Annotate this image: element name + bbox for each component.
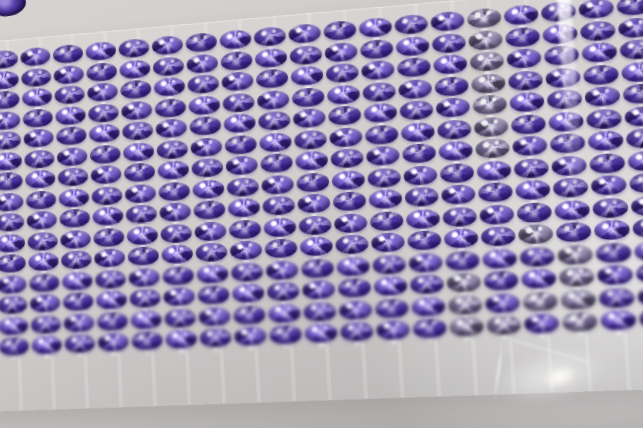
gem xyxy=(300,258,334,279)
grid-cell xyxy=(153,117,188,140)
grid-cell xyxy=(483,291,522,315)
gem xyxy=(298,215,331,236)
gem xyxy=(509,91,545,113)
grid-cell xyxy=(155,159,190,182)
grid-cell xyxy=(619,59,643,84)
grid-cell xyxy=(596,286,636,310)
gem xyxy=(324,41,357,62)
gem xyxy=(58,188,89,208)
gem xyxy=(364,124,398,145)
gem xyxy=(52,44,83,65)
grid-cell xyxy=(88,143,122,166)
gem xyxy=(191,158,223,179)
grid-cell xyxy=(53,104,87,127)
grid-cell xyxy=(89,163,123,186)
grid-cell xyxy=(471,115,509,139)
gem xyxy=(0,295,27,315)
grid-cell xyxy=(184,52,219,76)
grid-cell xyxy=(196,305,232,328)
grid-cell xyxy=(257,130,293,154)
gem xyxy=(619,38,643,60)
grid-cell xyxy=(124,203,159,226)
grid-cell xyxy=(402,185,440,209)
grid-cell xyxy=(439,183,477,207)
gem xyxy=(267,303,300,324)
grid-cell xyxy=(60,270,94,293)
grid-cell xyxy=(322,40,359,64)
grid-cell xyxy=(0,211,25,234)
grid-cell xyxy=(253,46,289,70)
gem xyxy=(121,100,152,121)
grid-cell xyxy=(190,178,225,201)
gem xyxy=(555,221,591,243)
grid-cell xyxy=(327,125,364,149)
grid-cell xyxy=(27,271,61,293)
grid-cell xyxy=(0,191,25,214)
grid-cell xyxy=(122,161,157,184)
grid-cell xyxy=(0,89,21,112)
grid-cell xyxy=(617,37,643,62)
grid-cell xyxy=(94,289,128,312)
gem xyxy=(367,167,401,188)
grid-cell xyxy=(623,126,643,151)
gem xyxy=(438,140,473,162)
gem xyxy=(483,270,519,291)
grid-cell xyxy=(431,52,469,76)
gem xyxy=(627,150,643,172)
gem xyxy=(266,281,299,302)
gem xyxy=(226,176,259,197)
grid-cell xyxy=(329,168,366,192)
grid-cell xyxy=(628,193,643,218)
sheet-perspective-wrap xyxy=(0,10,643,350)
grid-cell xyxy=(480,247,519,271)
gem xyxy=(410,296,445,317)
gem xyxy=(94,248,125,268)
gem xyxy=(0,171,22,191)
grid-cell xyxy=(123,182,158,205)
gem xyxy=(299,236,333,257)
grid-cell xyxy=(298,235,335,259)
grid-cell xyxy=(470,93,508,117)
gem xyxy=(97,332,129,352)
grid-cell xyxy=(21,107,54,130)
gem xyxy=(584,86,620,108)
gem xyxy=(219,29,251,50)
pale-gem xyxy=(561,311,597,332)
grid-cell xyxy=(447,315,486,339)
grid-cell xyxy=(326,104,363,128)
gem xyxy=(581,41,617,63)
grid-cell xyxy=(430,31,468,56)
grid-cell xyxy=(598,308,638,332)
grid-cell xyxy=(0,109,22,132)
pale-gem xyxy=(517,223,553,245)
gem xyxy=(255,68,288,89)
grid-cell xyxy=(590,196,630,221)
grid-cell xyxy=(620,81,643,106)
grid-cell xyxy=(154,138,189,161)
gem xyxy=(444,250,479,271)
gem xyxy=(85,41,116,62)
grid-cell xyxy=(260,194,296,217)
gem xyxy=(368,189,402,210)
grid-cell xyxy=(469,71,507,96)
pale-gem xyxy=(558,266,594,288)
gem xyxy=(512,135,548,157)
gem xyxy=(481,248,517,269)
grid-cell xyxy=(20,86,53,109)
gem xyxy=(151,35,183,56)
grid-cell xyxy=(364,144,401,168)
gem xyxy=(633,239,643,261)
gem xyxy=(94,269,125,289)
grid-cell xyxy=(374,318,412,342)
grid-cell xyxy=(220,91,256,115)
gem xyxy=(129,288,161,308)
gem xyxy=(582,63,618,85)
grid-cell xyxy=(331,190,368,214)
gem xyxy=(0,316,28,336)
gem xyxy=(339,321,373,342)
grid-cell xyxy=(473,137,512,161)
grid-cell xyxy=(290,85,326,109)
gem xyxy=(263,217,296,238)
grid-cell xyxy=(57,207,91,230)
grid-cell xyxy=(0,232,26,254)
gem xyxy=(513,157,549,179)
gem xyxy=(338,299,372,320)
grid-cell xyxy=(356,16,393,40)
gem xyxy=(230,261,263,282)
gem xyxy=(26,210,57,230)
gem xyxy=(221,71,253,92)
gem xyxy=(156,139,188,160)
gem xyxy=(0,254,26,274)
gem xyxy=(337,277,371,298)
gem xyxy=(222,92,255,113)
gem xyxy=(628,172,643,194)
grid-cell xyxy=(152,75,187,98)
grid-cell xyxy=(0,253,27,275)
grid-cell xyxy=(332,211,369,235)
gem xyxy=(30,314,61,334)
pale-gem xyxy=(473,116,508,138)
gem xyxy=(360,59,394,80)
gem xyxy=(29,293,60,313)
grid-cell xyxy=(157,201,192,224)
pale-gem xyxy=(556,244,592,266)
gem xyxy=(585,108,621,130)
gem xyxy=(54,85,85,105)
grid-cell xyxy=(191,199,226,222)
grid-cell xyxy=(232,325,268,348)
grid-cell xyxy=(150,34,185,58)
grid-cell xyxy=(261,216,297,239)
grid-cell xyxy=(359,58,396,82)
gem xyxy=(507,69,542,91)
gem xyxy=(323,20,356,41)
grid-cell xyxy=(444,271,482,295)
gem xyxy=(232,304,265,324)
gem xyxy=(520,268,556,289)
gem xyxy=(369,210,403,231)
gem xyxy=(593,219,630,241)
grid-cell xyxy=(581,62,621,87)
gem xyxy=(187,74,219,95)
gem xyxy=(635,262,643,284)
grid-cell xyxy=(126,266,161,289)
gem xyxy=(224,134,257,155)
gem xyxy=(227,198,260,219)
grid-cell xyxy=(399,120,437,144)
gem xyxy=(409,274,444,295)
grid-cell xyxy=(481,269,520,293)
grid-cell xyxy=(593,240,633,264)
gem xyxy=(127,246,159,266)
grid-cell xyxy=(587,151,627,176)
grid-cell xyxy=(118,78,152,101)
gem xyxy=(123,162,155,182)
gem xyxy=(630,194,643,216)
gem xyxy=(157,160,189,181)
grid-cell xyxy=(393,34,430,58)
grid-cell xyxy=(292,128,328,152)
gem xyxy=(96,311,128,331)
gem xyxy=(0,192,23,212)
grid-cell xyxy=(252,25,288,49)
gem xyxy=(158,181,190,202)
grid-cell xyxy=(405,229,443,253)
gem xyxy=(519,246,555,267)
corner-partial-gem xyxy=(0,0,28,19)
grid-cell xyxy=(228,239,264,262)
gem xyxy=(400,121,434,142)
grid-cell xyxy=(507,90,546,115)
photo-background xyxy=(0,0,643,428)
grid-cell xyxy=(89,184,123,207)
grid-cell xyxy=(218,49,253,73)
gem xyxy=(254,47,287,68)
gem xyxy=(21,87,51,107)
gem xyxy=(225,155,258,176)
pale-gem xyxy=(469,51,504,73)
grid-cell xyxy=(0,315,29,337)
grid-cell xyxy=(26,251,60,274)
gem xyxy=(189,116,221,137)
grid-cell xyxy=(616,15,643,40)
gem xyxy=(363,102,397,123)
gem xyxy=(194,221,226,242)
grid-cell xyxy=(24,189,57,212)
gem xyxy=(620,60,643,82)
grid-cell xyxy=(358,37,395,61)
grid-cell xyxy=(159,243,194,266)
grid-cell xyxy=(584,106,624,131)
gem xyxy=(188,95,220,116)
grid-cell xyxy=(553,220,593,244)
grid-cell xyxy=(582,84,622,109)
grid-cell xyxy=(93,268,127,291)
grid-cell xyxy=(360,80,397,104)
gem xyxy=(22,108,52,128)
gem xyxy=(162,265,194,285)
grid-cell xyxy=(52,63,86,86)
grid-cell xyxy=(223,154,259,177)
gem xyxy=(405,208,440,229)
grid-cell xyxy=(195,284,231,307)
gem xyxy=(55,105,86,125)
grid-cell xyxy=(432,74,470,98)
grid-cell xyxy=(197,326,233,349)
gem xyxy=(154,97,186,118)
grid-cell xyxy=(324,61,361,85)
grid-cell xyxy=(302,322,339,345)
grid-cell xyxy=(630,216,643,241)
grid-cell xyxy=(337,298,374,321)
gem xyxy=(53,64,84,85)
gem xyxy=(430,11,465,33)
grid-cell xyxy=(334,255,371,279)
gem xyxy=(56,146,87,166)
gem xyxy=(375,319,409,340)
gem xyxy=(233,326,266,346)
grid-cell xyxy=(185,73,220,97)
gem xyxy=(61,271,92,291)
gem xyxy=(294,150,327,171)
gem xyxy=(28,252,59,272)
grid-cell xyxy=(0,130,22,153)
grid-cell xyxy=(193,241,228,264)
grid-cell xyxy=(633,261,643,286)
grid-cell xyxy=(520,289,559,313)
grid-cell xyxy=(287,43,323,67)
gem xyxy=(64,334,95,354)
gem xyxy=(92,206,123,226)
grid-cell xyxy=(57,186,91,209)
grid-cell xyxy=(372,296,410,320)
grid-cell xyxy=(151,55,186,78)
gem xyxy=(93,227,124,247)
grid-cell xyxy=(440,205,478,229)
grid-cell xyxy=(328,147,365,171)
grid-cell xyxy=(437,161,475,185)
gem xyxy=(31,335,62,355)
gem xyxy=(616,0,643,17)
gem xyxy=(399,100,433,121)
gem xyxy=(476,160,511,182)
gem xyxy=(262,195,295,216)
gem xyxy=(598,287,635,309)
gem xyxy=(440,184,475,205)
grid-cell xyxy=(153,96,188,119)
grid-cell xyxy=(392,13,429,37)
grid-cell xyxy=(503,25,542,50)
gem xyxy=(88,123,119,143)
grid-cell xyxy=(51,43,85,66)
gem xyxy=(20,47,50,67)
gem xyxy=(329,126,363,147)
grid-cell xyxy=(121,140,155,163)
grid-cell xyxy=(588,173,628,198)
grid-cell xyxy=(29,334,63,356)
gem xyxy=(131,331,163,351)
gem xyxy=(431,32,466,54)
gem xyxy=(291,86,324,107)
gem xyxy=(23,128,54,148)
gem xyxy=(442,206,477,227)
pale-gem xyxy=(447,294,482,315)
gem xyxy=(304,323,338,344)
gem xyxy=(229,240,262,261)
grid-cell xyxy=(635,284,643,309)
gem xyxy=(587,130,623,152)
gem xyxy=(625,127,643,149)
gem xyxy=(359,38,393,60)
gem xyxy=(624,105,643,127)
pale-gem xyxy=(474,138,509,160)
grid-cell xyxy=(29,313,63,335)
gem xyxy=(0,90,19,110)
gem xyxy=(595,242,632,264)
grid-cell xyxy=(579,40,619,65)
grid-cell xyxy=(259,173,295,197)
gem xyxy=(403,164,438,185)
grid-cell xyxy=(254,67,290,91)
pale-gem xyxy=(470,72,505,94)
gem xyxy=(0,233,25,253)
grid-cell xyxy=(400,142,438,166)
grid-cell xyxy=(371,275,409,299)
gem xyxy=(155,118,187,139)
gem xyxy=(60,229,91,249)
gem xyxy=(153,77,185,98)
grid-cell xyxy=(467,49,505,74)
gem xyxy=(264,238,297,259)
grid-cell xyxy=(217,28,252,52)
grid-cell xyxy=(0,170,24,193)
grid-cell xyxy=(294,171,330,195)
grid-cell xyxy=(230,282,266,305)
grid-cell xyxy=(256,109,292,133)
gem xyxy=(55,126,86,146)
gem xyxy=(21,67,51,87)
grid-cell xyxy=(365,166,402,190)
grid-cell xyxy=(187,114,222,137)
grid-cell xyxy=(128,308,163,331)
grid-cell xyxy=(188,135,223,158)
grid-cell xyxy=(23,168,56,191)
gem xyxy=(401,143,435,164)
grid-cell xyxy=(96,331,131,354)
gem xyxy=(436,119,471,141)
gem xyxy=(297,193,330,214)
grid-cell xyxy=(156,180,191,203)
grid-cell xyxy=(225,175,261,198)
grid-cell xyxy=(504,46,543,71)
gem xyxy=(510,113,546,135)
grid-cell xyxy=(408,273,446,297)
gem xyxy=(503,4,538,26)
gem xyxy=(336,256,370,277)
grid-cell xyxy=(516,222,555,246)
gem xyxy=(0,110,20,130)
grid-cell xyxy=(116,37,150,60)
grid-cell xyxy=(125,245,160,268)
gem xyxy=(25,190,56,210)
gem xyxy=(231,283,264,304)
gem xyxy=(395,35,429,57)
